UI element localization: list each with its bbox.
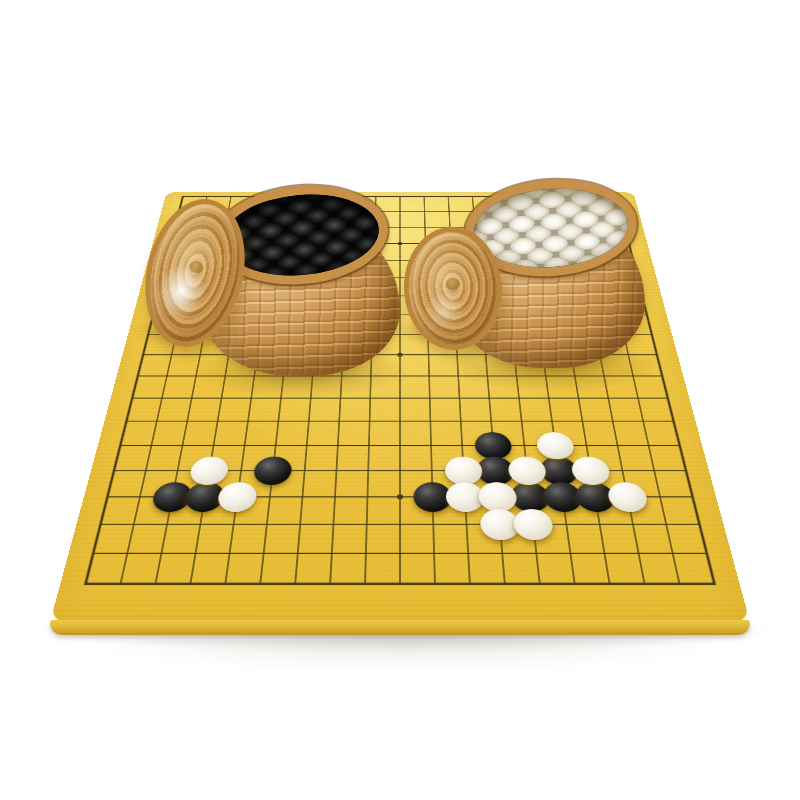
board-front-edge [50, 620, 750, 635]
white-stone [507, 457, 547, 485]
white-stone [570, 457, 612, 485]
white-stone [478, 482, 518, 512]
white-stone [216, 482, 258, 512]
go-set-product-photo [0, 0, 800, 800]
floor-reflection [70, 640, 740, 674]
white-stone [606, 482, 650, 512]
white-stone [188, 457, 230, 485]
black-stone [253, 457, 293, 485]
white-stone [536, 432, 576, 459]
black-stone [474, 432, 513, 459]
white-stone [444, 457, 483, 485]
white-stone [512, 509, 554, 540]
